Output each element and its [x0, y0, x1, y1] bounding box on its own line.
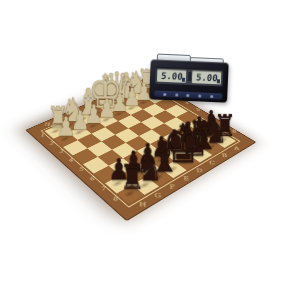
clock-button-dot[interactable]: [187, 93, 190, 96]
clock-right-display: 5.00: [192, 70, 222, 84]
rank-label: 6: [87, 176, 97, 189]
file-label: H: [39, 122, 57, 127]
rank-label: 8: [110, 196, 120, 210]
file-label: B: [215, 153, 234, 158]
file-label: C: [203, 160, 222, 166]
piece-black-rook[interactable]: ♜: [120, 163, 136, 192]
clock-button-dot[interactable]: [199, 94, 202, 97]
file-label: E: [80, 105, 96, 109]
rank-label: 4: [65, 158, 76, 170]
chess-clock: 5.00 5.00: [149, 53, 229, 103]
clock-lcd-panel: 5.00 5.00: [155, 67, 224, 87]
file-label: H: [133, 201, 153, 208]
file-label: G: [148, 192, 168, 198]
file-label: D: [93, 99, 109, 103]
clock-button-dot[interactable]: [175, 93, 178, 96]
file-label: D: [190, 168, 209, 174]
delay-indicator-icon: [182, 78, 185, 82]
rank-label: 2: [46, 141, 57, 152]
display-separator-icon: [187, 72, 190, 81]
file-label: A: [129, 84, 144, 88]
clock-button-dot[interactable]: [163, 92, 166, 95]
rank-label: 3: [55, 149, 66, 160]
scene: ♜♞♝♛♚♝♞♜♟♟♟♟♟♟♟♟♟♟♟♟♟♟♟♟♜♞♝♛♚♝♞♜ ABCDEFG…: [0, 0, 285, 285]
board-grid: ♜♞♝♛♚♝♞♜♟♟♟♟♟♟♟♟♟♟♟♟♟♟♟♟♜♞♝♛♚♝♞♜: [44, 86, 236, 204]
file-label: B: [117, 89, 132, 93]
file-label: A: [227, 146, 246, 151]
rank-label: 5: [76, 166, 87, 178]
left-time-text: 5.00: [160, 70, 183, 81]
rank-label: 7: [98, 186, 108, 200]
rank-label: 1: [37, 133, 48, 143]
file-label: E: [176, 176, 196, 182]
file-label: C: [105, 94, 120, 98]
rank-label: 4: [183, 101, 192, 110]
file-label: F: [162, 184, 182, 190]
clock-button-dot[interactable]: [210, 94, 213, 97]
clock-buttons[interactable]: [154, 91, 222, 100]
right-time-text: 5.00: [195, 72, 218, 83]
delay-indicator-icon: [217, 79, 220, 83]
clock-left-display: 5.00: [157, 69, 187, 83]
piece-white-pawn[interactable]: ♟: [56, 116, 70, 138]
clock-body: 5.00 5.00: [149, 59, 229, 102]
square-h2[interactable]: ♟: [53, 132, 77, 147]
